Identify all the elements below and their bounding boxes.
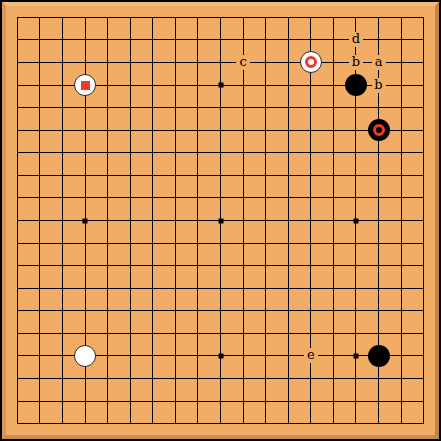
- board-area: abbcde: [6, 6, 435, 435]
- point-label: e: [304, 348, 318, 363]
- board-point: [345, 74, 368, 97]
- point-label: b: [349, 55, 363, 70]
- point-label: c: [236, 55, 250, 70]
- board-grid: abbcde: [6, 6, 435, 435]
- point-label: b: [372, 78, 386, 93]
- board-point: b: [345, 51, 368, 74]
- stone-white: [74, 345, 96, 367]
- board-point: [300, 51, 323, 74]
- board-point: e: [300, 345, 323, 368]
- board-point: [74, 345, 97, 368]
- board-point: [74, 74, 97, 97]
- red-circle-mark: [373, 124, 385, 136]
- stone-black: [368, 119, 390, 141]
- red-square-mark: [81, 81, 90, 90]
- stone-white: [300, 51, 322, 73]
- stone-black: [368, 345, 390, 367]
- point-label: d: [349, 32, 363, 47]
- board-point: [367, 345, 390, 368]
- board-point: [367, 119, 390, 142]
- board-point: d: [345, 29, 368, 52]
- board-point: b: [367, 74, 390, 97]
- stone-white: [74, 74, 96, 96]
- stone-black: [345, 74, 367, 96]
- board-point: c: [232, 51, 255, 74]
- board-bevel-frame: abbcde: [2, 2, 439, 439]
- go-board-diagram: abbcde: [0, 0, 441, 441]
- board-point: a: [367, 51, 390, 74]
- point-label: a: [372, 55, 386, 70]
- red-circle-mark: [305, 56, 317, 68]
